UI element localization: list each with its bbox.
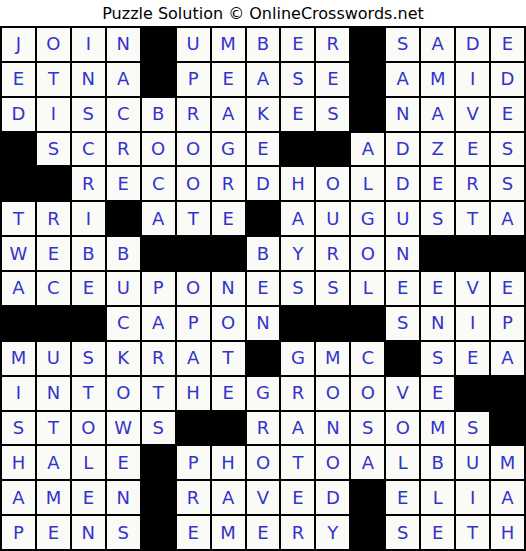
letter-cell-r8c15: E (490, 271, 525, 306)
letter-cell-r1c9: E (280, 27, 315, 62)
letter-cell-r9c6: P (176, 306, 211, 341)
block-cell-r11c14 (455, 376, 490, 411)
letter-cell-r5c13: E (420, 166, 455, 201)
block-cell-r5c2 (36, 166, 71, 201)
letter-cell-r7c1: W (1, 236, 36, 271)
letter-cell-r15c14: T (455, 515, 490, 550)
letter-cell-r15c1: P (1, 515, 36, 550)
letter-cell-r5c15: S (490, 166, 525, 201)
letter-cell-r12c12: O (385, 411, 420, 446)
block-cell-r7c6 (176, 236, 211, 271)
block-cell-r7c15 (490, 236, 525, 271)
block-cell-r2c11 (350, 62, 385, 97)
letter-cell-r2c8: A (246, 62, 281, 97)
letter-cell-r12c13: M (420, 411, 455, 446)
letter-cell-r3c6: R (176, 97, 211, 132)
letter-cell-r4c14: E (455, 132, 490, 167)
letter-cell-r3c9: E (280, 97, 315, 132)
block-cell-r9c10 (315, 306, 350, 341)
letter-cell-r2c10: E (315, 62, 350, 97)
letter-cell-r1c7: M (211, 27, 246, 62)
letter-cell-r1c13: A (420, 27, 455, 62)
letter-cell-r7c11: O (350, 236, 385, 271)
letter-cell-r10c5: R (141, 341, 176, 376)
letter-cell-r5c8: D (246, 166, 281, 201)
letter-cell-r12c11: S (350, 411, 385, 446)
block-cell-r15c11 (350, 515, 385, 550)
letter-cell-r3c5: B (141, 97, 176, 132)
letter-cell-r10c10: M (315, 341, 350, 376)
letter-cell-r15c7: M (211, 515, 246, 550)
letter-cell-r2c14: I (455, 62, 490, 97)
letter-cell-r8c14: V (455, 271, 490, 306)
letter-cell-r7c2: E (36, 236, 71, 271)
letter-cell-r1c10: R (315, 27, 350, 62)
letter-cell-r12c5: S (141, 411, 176, 446)
letter-cell-r12c2: T (36, 411, 71, 446)
letter-cell-r10c15: A (490, 341, 525, 376)
letter-cell-r14c13: L (420, 480, 455, 515)
letter-cell-r4c8: E (246, 132, 281, 167)
letter-cell-r13c14: U (455, 445, 490, 480)
letter-cell-r7c10: R (315, 236, 350, 271)
letter-cell-r14c6: R (176, 480, 211, 515)
letter-cell-r13c4: E (106, 445, 141, 480)
block-cell-r15c5 (141, 515, 176, 550)
letter-cell-r1c1: J (1, 27, 36, 62)
letter-cell-r15c12: S (385, 515, 420, 550)
letter-cell-r10c1: M (1, 341, 36, 376)
letter-cell-r2c13: M (420, 62, 455, 97)
letter-cell-r12c14: S (455, 411, 490, 446)
letter-cell-r14c3: E (71, 480, 106, 515)
letter-cell-r5c10: O (315, 166, 350, 201)
letter-cell-r11c9: R (280, 376, 315, 411)
block-cell-r9c2 (36, 306, 71, 341)
letter-cell-r15c10: Y (315, 515, 350, 550)
block-cell-r14c5 (141, 480, 176, 515)
letter-cell-r3c3: S (71, 97, 106, 132)
letter-cell-r2c4: A (106, 62, 141, 97)
letter-cell-r4c12: D (385, 132, 420, 167)
letter-cell-r13c11: A (350, 445, 385, 480)
letter-cell-r5c6: O (176, 166, 211, 201)
letter-cell-r2c1: E (1, 62, 36, 97)
letter-cell-r14c2: M (36, 480, 71, 515)
block-cell-r10c12 (385, 341, 420, 376)
letter-cell-r6c6: T (176, 201, 211, 236)
letter-cell-r10c3: S (71, 341, 106, 376)
letter-cell-r12c3: O (71, 411, 106, 446)
letter-cell-r6c10: U (315, 201, 350, 236)
block-cell-r12c7 (211, 411, 246, 446)
letter-cell-r9c12: S (385, 306, 420, 341)
letter-cell-r3c1: D (1, 97, 36, 132)
letter-cell-r5c3: R (71, 166, 106, 201)
block-cell-r2c5 (141, 62, 176, 97)
letter-cell-r1c14: D (455, 27, 490, 62)
letter-cell-r1c3: I (71, 27, 106, 62)
block-cell-r4c10 (315, 132, 350, 167)
letter-cell-r5c14: R (455, 166, 490, 201)
letter-cell-r8c10: S (315, 271, 350, 306)
letter-cell-r9c7: O (211, 306, 246, 341)
letter-cell-r10c4: K (106, 341, 141, 376)
letter-cell-r2c2: T (36, 62, 71, 97)
letter-cell-r9c14: I (455, 306, 490, 341)
letter-cell-r8c1: A (1, 271, 36, 306)
letter-cell-r15c13: E (420, 515, 455, 550)
block-cell-r7c14 (455, 236, 490, 271)
letter-cell-r2c9: S (280, 62, 315, 97)
letter-cell-r14c8: V (246, 480, 281, 515)
letter-cell-r6c7: E (211, 201, 246, 236)
block-cell-r13c5 (141, 445, 176, 480)
letter-cell-r10c6: A (176, 341, 211, 376)
letter-cell-r3c7: A (211, 97, 246, 132)
block-cell-r1c11 (350, 27, 385, 62)
letter-cell-r10c9: G (280, 341, 315, 376)
letter-cell-r11c7: E (211, 376, 246, 411)
letter-cell-r15c2: E (36, 515, 71, 550)
letter-cell-r6c15: A (490, 201, 525, 236)
letter-cell-r10c7: T (211, 341, 246, 376)
letter-cell-r3c10: S (315, 97, 350, 132)
letter-cell-r8c6: O (176, 271, 211, 306)
block-cell-r7c5 (141, 236, 176, 271)
letter-cell-r11c11: O (350, 376, 385, 411)
letter-cell-r7c8: B (246, 236, 281, 271)
letter-cell-r12c8: R (246, 411, 281, 446)
block-cell-r9c3 (71, 306, 106, 341)
letter-cell-r2c3: N (71, 62, 106, 97)
letter-cell-r7c9: Y (280, 236, 315, 271)
block-cell-r4c9 (280, 132, 315, 167)
block-cell-r12c6 (176, 411, 211, 446)
letter-cell-r14c9: E (280, 480, 315, 515)
letter-cell-r4c7: G (211, 132, 246, 167)
letter-cell-r15c3: N (71, 515, 106, 550)
letter-cell-r10c13: S (420, 341, 455, 376)
letter-cell-r7c4: B (106, 236, 141, 271)
letter-cell-r9c13: N (420, 306, 455, 341)
letter-cell-r11c3: T (71, 376, 106, 411)
letter-cell-r13c13: B (420, 445, 455, 480)
letter-cell-r14c14: I (455, 480, 490, 515)
block-cell-r14c11 (350, 480, 385, 515)
letter-cell-r1c4: N (106, 27, 141, 62)
letter-cell-r4c2: S (36, 132, 71, 167)
letter-cell-r11c10: O (315, 376, 350, 411)
letter-cell-r14c12: E (385, 480, 420, 515)
letter-cell-r3c15: E (490, 97, 525, 132)
crossword-grid: JOINUMBERSADEETNAPEASEAMIDDISCBRAKESNAVE… (0, 26, 526, 551)
letter-cell-r9c5: A (141, 306, 176, 341)
letter-cell-r13c2: A (36, 445, 71, 480)
letter-cell-r6c14: T (455, 201, 490, 236)
letter-cell-r14c1: A (1, 480, 36, 515)
letter-cell-r1c12: S (385, 27, 420, 62)
letter-cell-r2c6: P (176, 62, 211, 97)
letter-cell-r12c4: W (106, 411, 141, 446)
letter-cell-r8c3: E (71, 271, 106, 306)
letter-cell-r8c4: U (106, 271, 141, 306)
letter-cell-r8c9: S (280, 271, 315, 306)
letter-cell-r4c13: Z (420, 132, 455, 167)
block-cell-r11c15 (490, 376, 525, 411)
letter-cell-r11c6: H (176, 376, 211, 411)
letter-cell-r9c15: P (490, 306, 525, 341)
letter-cell-r8c8: E (246, 271, 281, 306)
letter-cell-r11c8: G (246, 376, 281, 411)
block-cell-r6c4 (106, 201, 141, 236)
block-cell-r10c8 (246, 341, 281, 376)
letter-cell-r15c6: E (176, 515, 211, 550)
letter-cell-r8c7: N (211, 271, 246, 306)
letter-cell-r7c3: B (71, 236, 106, 271)
letter-cell-r4c11: A (350, 132, 385, 167)
letter-cell-r15c8: E (246, 515, 281, 550)
letter-cell-r15c9: R (280, 515, 315, 550)
letter-cell-r11c12: V (385, 376, 420, 411)
letter-cell-r14c15: A (490, 480, 525, 515)
letter-cell-r11c5: T (141, 376, 176, 411)
letter-cell-r10c14: E (455, 341, 490, 376)
letter-cell-r8c12: E (385, 271, 420, 306)
letter-cell-r4c6: O (176, 132, 211, 167)
letter-cell-r11c13: E (420, 376, 455, 411)
letter-cell-r13c12: L (385, 445, 420, 480)
letter-cell-r2c12: A (385, 62, 420, 97)
block-cell-r7c7 (211, 236, 246, 271)
letter-cell-r6c13: S (420, 201, 455, 236)
block-cell-r7c13 (420, 236, 455, 271)
letter-cell-r12c9: A (280, 411, 315, 446)
letter-cell-r15c15: H (490, 515, 525, 550)
letter-cell-r12c10: N (315, 411, 350, 446)
letter-cell-r13c3: L (71, 445, 106, 480)
block-cell-r3c11 (350, 97, 385, 132)
letter-cell-r3c8: K (246, 97, 281, 132)
letter-cell-r6c1: T (1, 201, 36, 236)
letter-cell-r5c9: H (280, 166, 315, 201)
block-cell-r9c11 (350, 306, 385, 341)
letter-cell-r13c8: O (246, 445, 281, 480)
letter-cell-r5c7: R (211, 166, 246, 201)
letter-cell-r14c7: A (211, 480, 246, 515)
letter-cell-r3c2: I (36, 97, 71, 132)
block-cell-r4c1 (1, 132, 36, 167)
letter-cell-r9c8: N (246, 306, 281, 341)
letter-cell-r8c11: L (350, 271, 385, 306)
letter-cell-r13c1: H (1, 445, 36, 480)
letter-cell-r6c5: A (141, 201, 176, 236)
letter-cell-r1c15: E (490, 27, 525, 62)
letter-cell-r6c12: U (385, 201, 420, 236)
letter-cell-r3c12: N (385, 97, 420, 132)
letter-cell-r4c15: S (490, 132, 525, 167)
letter-cell-r10c2: U (36, 341, 71, 376)
block-cell-r1c5 (141, 27, 176, 62)
letter-cell-r5c12: D (385, 166, 420, 201)
letter-cell-r5c5: C (141, 166, 176, 201)
letter-cell-r7c12: N (385, 236, 420, 271)
letter-cell-r8c5: P (141, 271, 176, 306)
block-cell-r9c1 (1, 306, 36, 341)
letter-cell-r12c1: S (1, 411, 36, 446)
letter-cell-r1c2: O (36, 27, 71, 62)
letter-cell-r13c7: H (211, 445, 246, 480)
letter-cell-r1c6: U (176, 27, 211, 62)
letter-cell-r9c4: C (106, 306, 141, 341)
block-cell-r12c15 (490, 411, 525, 446)
letter-cell-r3c13: A (420, 97, 455, 132)
letter-cell-r8c2: C (36, 271, 71, 306)
letter-cell-r4c3: C (71, 132, 106, 167)
letter-cell-r6c3: I (71, 201, 106, 236)
letter-cell-r4c5: O (141, 132, 176, 167)
letter-cell-r6c2: R (36, 201, 71, 236)
letter-cell-r11c1: I (1, 376, 36, 411)
block-cell-r9c9 (280, 306, 315, 341)
letter-cell-r5c4: E (106, 166, 141, 201)
letter-cell-r3c14: V (455, 97, 490, 132)
letter-cell-r13c15: M (490, 445, 525, 480)
letter-cell-r6c9: A (280, 201, 315, 236)
letter-cell-r11c4: O (106, 376, 141, 411)
letter-cell-r11c2: N (36, 376, 71, 411)
letter-cell-r8c13: E (420, 271, 455, 306)
page-title: Puzzle Solution © OnlineCrosswords.net (0, 0, 526, 26)
letter-cell-r3c4: C (106, 97, 141, 132)
letter-cell-r2c7: E (211, 62, 246, 97)
block-cell-r5c1 (1, 166, 36, 201)
block-cell-r6c8 (246, 201, 281, 236)
letter-cell-r14c4: N (106, 480, 141, 515)
letter-cell-r5c11: L (350, 166, 385, 201)
letter-cell-r4c4: R (106, 132, 141, 167)
letter-cell-r13c9: T (280, 445, 315, 480)
letter-cell-r14c10: D (315, 480, 350, 515)
letter-cell-r1c8: B (246, 27, 281, 62)
letter-cell-r15c4: S (106, 515, 141, 550)
letter-cell-r10c11: C (350, 341, 385, 376)
letter-cell-r6c11: G (350, 201, 385, 236)
letter-cell-r13c6: P (176, 445, 211, 480)
letter-cell-r13c10: O (315, 445, 350, 480)
letter-cell-r2c15: D (490, 62, 525, 97)
